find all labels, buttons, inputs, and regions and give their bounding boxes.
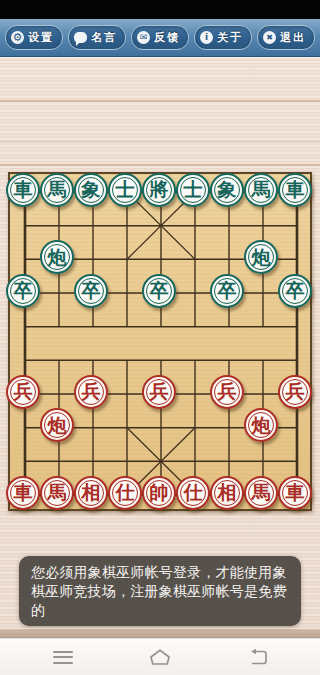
red-piece[interactable]: 兵 xyxy=(142,375,176,409)
board-cell: 士 xyxy=(108,173,142,207)
board-cell xyxy=(176,207,210,241)
board-cell xyxy=(278,409,312,443)
board-cell xyxy=(210,409,244,443)
board-cell xyxy=(40,207,74,241)
board-cell: 兵 xyxy=(142,375,176,409)
board-cell: 帥 xyxy=(142,476,176,510)
menu-icon[interactable] xyxy=(51,647,75,667)
board-cell xyxy=(176,409,210,443)
board-cell xyxy=(176,442,210,476)
exit-button-label: 退出 xyxy=(280,30,306,45)
board-cell: 炮 xyxy=(244,409,278,443)
about-button-label: 关于 xyxy=(217,30,243,45)
login-toast: 您必须用象棋巫师帐号登录，才能使用象棋巫师竞技场，注册象棋巫师帐号是免费的 xyxy=(19,556,301,626)
black-piece[interactable]: 炮 xyxy=(244,240,278,274)
red-piece[interactable]: 馬 xyxy=(244,476,278,510)
red-piece[interactable]: 仕 xyxy=(176,476,210,510)
xiangqi-board: 車馬象士將士象馬車炮炮卒卒卒卒卒兵兵兵兵兵炮炮車馬相仕帥仕相馬車 xyxy=(8,172,312,511)
board-cell: 兵 xyxy=(6,375,40,409)
board-cell xyxy=(6,240,40,274)
board-cell xyxy=(210,240,244,274)
board-cell xyxy=(244,207,278,241)
board-cell xyxy=(142,240,176,274)
black-piece[interactable]: 士 xyxy=(176,173,210,207)
red-piece[interactable]: 兵 xyxy=(278,375,312,409)
board-cell xyxy=(108,442,142,476)
board-cell xyxy=(278,341,312,375)
black-piece[interactable]: 馬 xyxy=(40,173,74,207)
black-piece[interactable]: 炮 xyxy=(40,240,74,274)
board-cell xyxy=(40,308,74,342)
board-cell xyxy=(74,240,108,274)
board-cell xyxy=(74,341,108,375)
black-piece[interactable]: 將 xyxy=(142,173,176,207)
board-cell: 炮 xyxy=(40,409,74,443)
gear-icon: ⚙ xyxy=(11,31,24,44)
board-cell: 將 xyxy=(142,173,176,207)
board-cell: 卒 xyxy=(278,274,312,308)
board-cell xyxy=(210,207,244,241)
black-piece[interactable]: 馬 xyxy=(244,173,278,207)
board-cell xyxy=(74,442,108,476)
red-piece[interactable]: 車 xyxy=(278,476,312,510)
board-cell: 相 xyxy=(210,476,244,510)
board-cell xyxy=(142,207,176,241)
board-cell xyxy=(40,442,74,476)
board-cell: 車 xyxy=(6,476,40,510)
board-cell: 兵 xyxy=(210,375,244,409)
board-cell xyxy=(210,442,244,476)
board-cell xyxy=(142,341,176,375)
board-cell xyxy=(210,341,244,375)
board-cell: 仕 xyxy=(108,476,142,510)
board-cell xyxy=(244,341,278,375)
board-cell xyxy=(108,308,142,342)
wood-plank-line xyxy=(0,164,320,166)
board-cell xyxy=(40,274,74,308)
board-cell xyxy=(278,442,312,476)
board-cell xyxy=(74,308,108,342)
board-cell xyxy=(142,409,176,443)
board-grid: 車馬象士將士象馬車炮炮卒卒卒卒卒兵兵兵兵兵炮炮車馬相仕帥仕相馬車 xyxy=(6,173,312,510)
settings-button-label: 设置 xyxy=(28,30,54,45)
black-piece[interactable]: 車 xyxy=(6,173,40,207)
red-piece[interactable]: 炮 xyxy=(40,408,74,442)
board-cell: 仕 xyxy=(176,476,210,510)
red-piece[interactable]: 兵 xyxy=(74,375,108,409)
toolbar: ⚙ 设置 名言 ✉ 反馈 i 关于 ✖ 退出 xyxy=(0,19,320,57)
board-cell xyxy=(176,240,210,274)
board-cell xyxy=(278,207,312,241)
board-cell xyxy=(176,341,210,375)
board-cell xyxy=(6,341,40,375)
red-piece[interactable]: 相 xyxy=(74,476,108,510)
board-cell xyxy=(278,308,312,342)
board-cell: 馬 xyxy=(244,173,278,207)
quotes-button-label: 名言 xyxy=(91,30,117,45)
black-piece[interactable]: 士 xyxy=(108,173,142,207)
board-cell: 卒 xyxy=(142,274,176,308)
board-cell xyxy=(74,207,108,241)
status-bar xyxy=(0,0,320,19)
black-piece[interactable]: 卒 xyxy=(74,274,108,308)
board-cell xyxy=(108,240,142,274)
black-piece[interactable]: 卒 xyxy=(6,274,40,308)
board-cell: 卒 xyxy=(6,274,40,308)
board-cell xyxy=(244,375,278,409)
exit-button[interactable]: ✖ 退出 xyxy=(257,25,315,50)
board-cell: 相 xyxy=(74,476,108,510)
board-cell xyxy=(142,308,176,342)
red-piece[interactable]: 兵 xyxy=(210,375,244,409)
feedback-button-label: 反馈 xyxy=(154,30,180,45)
board-cell xyxy=(40,341,74,375)
board-cell xyxy=(6,409,40,443)
board-cell xyxy=(108,341,142,375)
board-cell xyxy=(108,274,142,308)
board-cell xyxy=(6,442,40,476)
board-cell: 卒 xyxy=(74,274,108,308)
board-cell xyxy=(40,375,74,409)
close-icon: ✖ xyxy=(263,31,276,44)
board-cell: 士 xyxy=(176,173,210,207)
speech-bubble-icon xyxy=(74,32,87,43)
settings-button[interactable]: ⚙ 设置 xyxy=(5,25,63,50)
feedback-button[interactable]: ✉ 反馈 xyxy=(131,25,189,50)
black-piece[interactable]: 象 xyxy=(74,173,108,207)
red-piece[interactable]: 相 xyxy=(210,476,244,510)
red-piece[interactable]: 車 xyxy=(6,476,40,510)
board-cell xyxy=(244,442,278,476)
about-button[interactable]: i 关于 xyxy=(194,25,252,50)
red-piece[interactable]: 兵 xyxy=(6,375,40,409)
board-cell: 車 xyxy=(278,173,312,207)
board-cell: 炮 xyxy=(40,240,74,274)
red-piece[interactable]: 馬 xyxy=(40,476,74,510)
board-cell xyxy=(108,409,142,443)
board-cell xyxy=(176,375,210,409)
board-cell xyxy=(176,308,210,342)
quotes-button[interactable]: 名言 xyxy=(68,25,126,50)
board-cell: 馬 xyxy=(40,476,74,510)
envelope-icon: ✉ xyxy=(137,31,150,44)
black-piece[interactable]: 卒 xyxy=(210,274,244,308)
board-cell: 馬 xyxy=(40,173,74,207)
black-piece[interactable]: 象 xyxy=(210,173,244,207)
board-cell xyxy=(176,274,210,308)
board-cell: 兵 xyxy=(74,375,108,409)
board-cell: 車 xyxy=(278,476,312,510)
board-cell xyxy=(142,442,176,476)
board-cell xyxy=(74,409,108,443)
board-cell: 卒 xyxy=(210,274,244,308)
back-icon[interactable] xyxy=(246,647,270,667)
board-cell xyxy=(210,308,244,342)
red-piece[interactable]: 仕 xyxy=(108,476,142,510)
board-cell xyxy=(244,308,278,342)
wood-plank-line xyxy=(0,141,320,142)
board-cell xyxy=(278,240,312,274)
black-piece[interactable]: 卒 xyxy=(278,274,312,308)
wood-plank-line xyxy=(0,100,320,102)
info-icon: i xyxy=(200,31,213,44)
android-nav-bar xyxy=(0,638,320,675)
board-cell xyxy=(6,308,40,342)
board-cell xyxy=(244,274,278,308)
board-cell: 車 xyxy=(6,173,40,207)
board-cell: 炮 xyxy=(244,240,278,274)
black-piece[interactable]: 車 xyxy=(278,173,312,207)
board-cell xyxy=(108,375,142,409)
board-cell: 象 xyxy=(74,173,108,207)
board-cell: 馬 xyxy=(244,476,278,510)
board-cell: 象 xyxy=(210,173,244,207)
board-cell: 兵 xyxy=(278,375,312,409)
board-cell xyxy=(6,207,40,241)
red-piece[interactable]: 炮 xyxy=(244,408,278,442)
board-cell xyxy=(108,207,142,241)
home-icon[interactable] xyxy=(148,647,172,667)
red-piece[interactable]: 帥 xyxy=(142,476,176,510)
black-piece[interactable]: 卒 xyxy=(142,274,176,308)
login-toast-text: 您必须用象棋巫师帐号登录，才能使用象棋巫师竞技场，注册象棋巫师帐号是免费的 xyxy=(31,564,287,618)
